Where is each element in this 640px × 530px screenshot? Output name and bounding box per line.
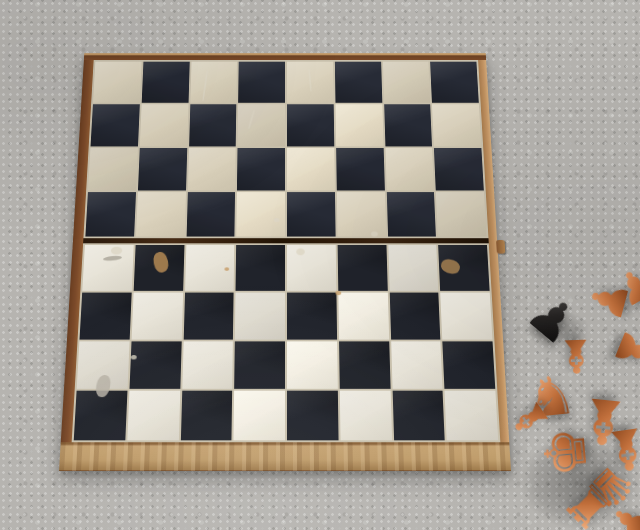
square-f4[interactable] bbox=[337, 245, 387, 291]
square-h7[interactable] bbox=[432, 104, 481, 146]
square-b2[interactable] bbox=[129, 341, 181, 389]
square-c7[interactable] bbox=[189, 104, 237, 146]
square-b3[interactable] bbox=[131, 292, 182, 339]
square-c4[interactable] bbox=[185, 245, 235, 291]
square-f1[interactable] bbox=[340, 391, 392, 440]
square-b6[interactable] bbox=[138, 148, 187, 191]
square-h8[interactable] bbox=[430, 62, 478, 103]
copper-bishop-1[interactable]: ♝ bbox=[555, 332, 598, 379]
square-g5[interactable] bbox=[386, 192, 436, 236]
square-e4[interactable] bbox=[287, 245, 336, 291]
square-f2[interactable] bbox=[339, 341, 390, 389]
board-bottom-half bbox=[72, 243, 501, 442]
square-a1[interactable] bbox=[74, 391, 127, 440]
square-d7[interactable] bbox=[238, 104, 285, 146]
square-c6[interactable] bbox=[187, 148, 235, 191]
square-f6[interactable] bbox=[336, 148, 385, 191]
square-b8[interactable] bbox=[141, 62, 189, 103]
square-d3[interactable] bbox=[235, 292, 285, 339]
board-interior bbox=[72, 60, 501, 442]
square-f5[interactable] bbox=[337, 192, 386, 236]
square-d2[interactable] bbox=[234, 341, 285, 389]
square-g4[interactable] bbox=[388, 245, 439, 291]
square-h6[interactable] bbox=[434, 148, 484, 191]
square-d4[interactable] bbox=[236, 245, 285, 291]
square-h5[interactable] bbox=[436, 192, 486, 236]
square-h1[interactable] bbox=[445, 391, 498, 440]
square-g7[interactable] bbox=[384, 104, 432, 146]
copper-pawn-3[interactable]: ♟ bbox=[606, 323, 640, 376]
square-b7[interactable] bbox=[140, 104, 188, 146]
square-a5[interactable] bbox=[85, 192, 135, 236]
square-g8[interactable] bbox=[382, 62, 430, 103]
square-a7[interactable] bbox=[91, 104, 140, 146]
square-a3[interactable] bbox=[80, 292, 132, 339]
square-e2[interactable] bbox=[287, 341, 338, 389]
square-f7[interactable] bbox=[335, 104, 383, 146]
square-e8[interactable] bbox=[287, 62, 334, 103]
square-e3[interactable] bbox=[287, 292, 337, 339]
square-g3[interactable] bbox=[389, 292, 440, 339]
square-g6[interactable] bbox=[385, 148, 434, 191]
board-frame-bottom bbox=[59, 442, 511, 471]
concrete-background: ♟♟♟♞♝♝♚♜♝♟♝♛♟ bbox=[0, 0, 640, 530]
square-g1[interactable] bbox=[392, 391, 445, 440]
square-b4[interactable] bbox=[133, 245, 184, 291]
hinge-knob bbox=[496, 240, 505, 254]
square-g2[interactable] bbox=[391, 341, 443, 389]
square-d1[interactable] bbox=[234, 391, 285, 440]
chessboard bbox=[59, 53, 511, 471]
square-e7[interactable] bbox=[287, 104, 334, 146]
square-d6[interactable] bbox=[237, 148, 285, 191]
square-h2[interactable] bbox=[443, 341, 496, 389]
square-c1[interactable] bbox=[180, 391, 232, 440]
board-top-half bbox=[83, 60, 488, 238]
board-frame-top bbox=[84, 53, 486, 60]
square-b1[interactable] bbox=[127, 391, 180, 440]
square-h4[interactable] bbox=[438, 245, 489, 291]
square-a4[interactable] bbox=[82, 245, 133, 291]
square-c5[interactable] bbox=[186, 192, 235, 236]
square-f8[interactable] bbox=[335, 62, 382, 103]
square-c8[interactable] bbox=[190, 62, 237, 103]
square-a2[interactable] bbox=[77, 341, 130, 389]
square-e5[interactable] bbox=[287, 192, 336, 236]
square-c2[interactable] bbox=[182, 341, 233, 389]
square-d8[interactable] bbox=[238, 62, 285, 103]
square-b5[interactable] bbox=[136, 192, 186, 236]
square-a8[interactable] bbox=[93, 62, 141, 103]
square-d5[interactable] bbox=[237, 192, 285, 236]
square-a6[interactable] bbox=[88, 148, 138, 191]
square-e6[interactable] bbox=[287, 148, 335, 191]
square-h3[interactable] bbox=[440, 292, 492, 339]
square-f3[interactable] bbox=[338, 292, 389, 339]
square-e1[interactable] bbox=[287, 391, 338, 440]
square-c3[interactable] bbox=[183, 292, 234, 339]
